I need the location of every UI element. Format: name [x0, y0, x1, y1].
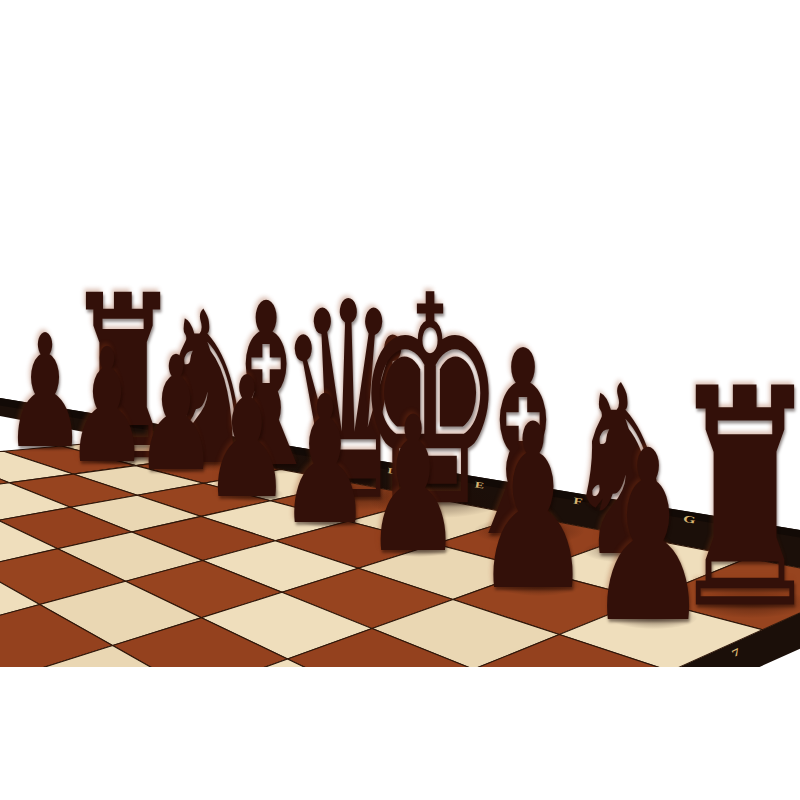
- pieces-layer: ♟♜♟♞♝♟♟♛♚♟♝♟♞♟♜♟: [0, 0, 800, 800]
- chess-set-photo: ABCDEFGH876 ♟♜♟♞♝♟♟♛♚♟♝♟♞♟♜♟: [0, 0, 800, 800]
- piece-black-pawn-g7: ♟: [474, 394, 593, 622]
- piece-black-pawn-e7: ♟: [279, 373, 371, 550]
- piece-black-pawn-f7: ♟: [364, 392, 461, 579]
- piece-black-pawn-h7: ♟: [587, 420, 710, 656]
